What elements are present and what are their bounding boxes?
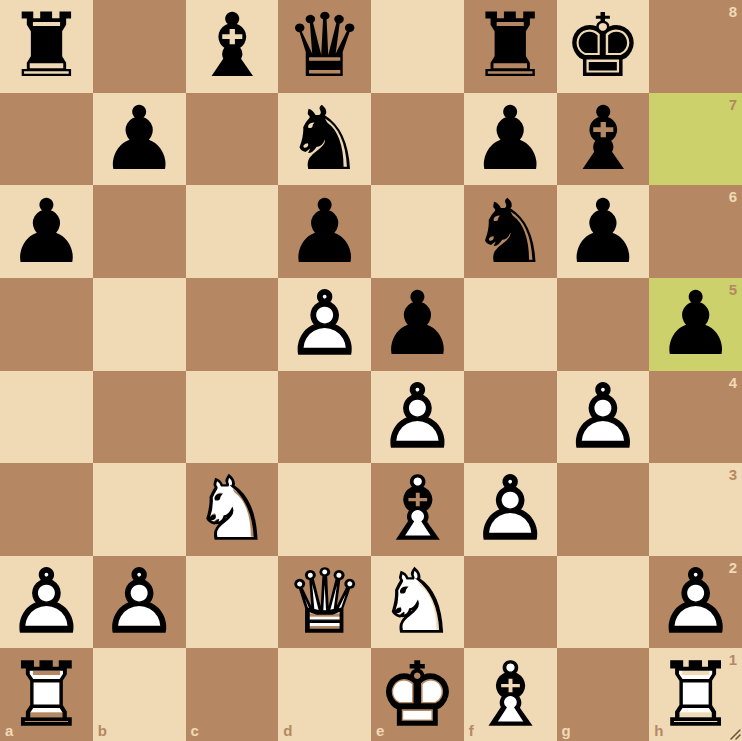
piece-black-knight[interactable]: ♞ <box>464 185 557 278</box>
black-king-glyph: ♚ <box>557 0 650 93</box>
square-d6[interactable]: ♟ <box>278 185 371 278</box>
piece-white-pawn[interactable]: ♟♙ <box>464 463 557 556</box>
square-b1[interactable]: b <box>93 648 186 741</box>
square-e7[interactable] <box>371 93 464 186</box>
square-d8[interactable]: ♛ <box>278 0 371 93</box>
square-g4[interactable]: ♟♙ <box>557 371 650 464</box>
black-bishop-glyph: ♝ <box>557 93 650 186</box>
black-queen-glyph: ♛ <box>278 0 371 93</box>
black-knight-glyph: ♞ <box>464 185 557 278</box>
square-h3[interactable]: 3 <box>649 463 742 556</box>
square-d2[interactable]: ♛♕ <box>278 556 371 649</box>
piece-black-rook[interactable]: ♜ <box>0 0 93 93</box>
square-c8[interactable]: ♝ <box>186 0 279 93</box>
piece-black-pawn[interactable]: ♟ <box>649 278 742 371</box>
square-a8[interactable]: ♜ <box>0 0 93 93</box>
square-b8[interactable] <box>93 0 186 93</box>
square-b7[interactable]: ♟ <box>93 93 186 186</box>
square-a4[interactable] <box>0 371 93 464</box>
square-f4[interactable] <box>464 371 557 464</box>
white-pawn-outline-glyph: ♙ <box>557 371 650 464</box>
square-h5[interactable]: 5♟ <box>649 278 742 371</box>
white-pawn-outline-glyph: ♙ <box>0 556 93 649</box>
square-c5[interactable] <box>186 278 279 371</box>
piece-black-pawn[interactable]: ♟ <box>93 93 186 186</box>
piece-black-king[interactable]: ♚ <box>557 0 650 93</box>
file-label-b: b <box>98 723 107 738</box>
black-pawn-glyph: ♟ <box>557 185 650 278</box>
white-pawn-outline-glyph: ♙ <box>93 556 186 649</box>
piece-black-pawn[interactable]: ♟ <box>278 185 371 278</box>
square-a5[interactable] <box>0 278 93 371</box>
square-a2[interactable]: ♟♙ <box>0 556 93 649</box>
file-label-d: d <box>283 723 292 738</box>
square-e6[interactable] <box>371 185 464 278</box>
square-h2[interactable]: 2♟♙ <box>649 556 742 649</box>
rank-label-3: 3 <box>729 467 737 482</box>
square-d7[interactable]: ♞ <box>278 93 371 186</box>
square-e2[interactable]: ♞♘ <box>371 556 464 649</box>
black-rook-glyph: ♜ <box>464 0 557 93</box>
square-d1[interactable]: d <box>278 648 371 741</box>
square-c7[interactable] <box>186 93 279 186</box>
piece-black-bishop[interactable]: ♝ <box>557 93 650 186</box>
square-b5[interactable] <box>93 278 186 371</box>
piece-white-bishop[interactable]: ♝♗ <box>371 463 464 556</box>
square-c1[interactable]: c <box>186 648 279 741</box>
white-pawn-outline-glyph: ♙ <box>464 463 557 556</box>
square-a1[interactable]: a♜♖ <box>0 648 93 741</box>
square-f2[interactable] <box>464 556 557 649</box>
piece-black-bishop[interactable]: ♝ <box>186 0 279 93</box>
piece-white-pawn[interactable]: ♟♙ <box>0 556 93 649</box>
piece-white-bishop[interactable]: ♝♗ <box>464 648 557 741</box>
square-a3[interactable] <box>0 463 93 556</box>
black-pawn-glyph: ♟ <box>371 278 464 371</box>
square-b4[interactable] <box>93 371 186 464</box>
black-pawn-glyph: ♟ <box>93 93 186 186</box>
black-pawn-glyph: ♟ <box>0 185 93 278</box>
square-f7[interactable]: ♟ <box>464 93 557 186</box>
square-h4[interactable]: 4 <box>649 371 742 464</box>
rank-label-7: 7 <box>729 97 737 112</box>
square-e8[interactable] <box>371 0 464 93</box>
square-c2[interactable] <box>186 556 279 649</box>
rank-label-8: 8 <box>729 4 737 19</box>
piece-white-knight[interactable]: ♞♘ <box>371 556 464 649</box>
square-h7[interactable]: 7 <box>649 93 742 186</box>
black-bishop-glyph: ♝ <box>186 0 279 93</box>
board-resize-grip-icon[interactable] <box>726 725 742 741</box>
square-d4[interactable] <box>278 371 371 464</box>
piece-white-rook[interactable]: ♜♖ <box>0 648 93 741</box>
file-label-c: c <box>191 723 199 738</box>
white-bishop-outline-glyph: ♗ <box>371 463 464 556</box>
piece-white-pawn[interactable]: ♟♙ <box>557 371 650 464</box>
white-rook-outline-glyph: ♖ <box>0 648 93 741</box>
square-f8[interactable]: ♜ <box>464 0 557 93</box>
white-knight-outline-glyph: ♘ <box>371 556 464 649</box>
piece-black-knight[interactable]: ♞ <box>278 93 371 186</box>
piece-white-queen[interactable]: ♛♕ <box>278 556 371 649</box>
white-queen-outline-glyph: ♕ <box>278 556 371 649</box>
black-pawn-glyph: ♟ <box>464 93 557 186</box>
square-a7[interactable] <box>0 93 93 186</box>
square-d3[interactable] <box>278 463 371 556</box>
square-g3[interactable] <box>557 463 650 556</box>
square-f1[interactable]: f♝♗ <box>464 648 557 741</box>
black-pawn-glyph: ♟ <box>649 278 742 371</box>
white-knight-outline-glyph: ♘ <box>186 463 279 556</box>
white-pawn-outline-glyph: ♙ <box>278 278 371 371</box>
piece-black-pawn[interactable]: ♟ <box>464 93 557 186</box>
piece-black-queen[interactable]: ♛ <box>278 0 371 93</box>
rank-label-4: 4 <box>729 375 737 390</box>
white-king-outline-glyph: ♔ <box>371 648 464 741</box>
square-g2[interactable] <box>557 556 650 649</box>
rank-label-6: 6 <box>729 189 737 204</box>
square-e4[interactable]: ♟♙ <box>371 371 464 464</box>
file-label-g: g <box>562 723 571 738</box>
square-b3[interactable] <box>93 463 186 556</box>
square-f6[interactable]: ♞ <box>464 185 557 278</box>
square-c3[interactable]: ♞♘ <box>186 463 279 556</box>
piece-black-pawn[interactable]: ♟ <box>371 278 464 371</box>
square-e5[interactable]: ♟ <box>371 278 464 371</box>
piece-white-pawn[interactable]: ♟♙ <box>371 371 464 464</box>
piece-black-rook[interactable]: ♜ <box>464 0 557 93</box>
white-pawn-outline-glyph: ♙ <box>649 556 742 649</box>
square-e3[interactable]: ♝♗ <box>371 463 464 556</box>
square-g7[interactable]: ♝ <box>557 93 650 186</box>
square-b6[interactable] <box>93 185 186 278</box>
square-c6[interactable] <box>186 185 279 278</box>
piece-white-pawn[interactable]: ♟♙ <box>93 556 186 649</box>
square-c4[interactable] <box>186 371 279 464</box>
piece-black-pawn[interactable]: ♟ <box>0 185 93 278</box>
black-rook-glyph: ♜ <box>0 0 93 93</box>
black-knight-glyph: ♞ <box>278 93 371 186</box>
piece-white-pawn[interactable]: ♟♙ <box>649 556 742 649</box>
piece-white-pawn[interactable]: ♟♙ <box>278 278 371 371</box>
square-h6[interactable]: 6 <box>649 185 742 278</box>
piece-white-knight[interactable]: ♞♘ <box>186 463 279 556</box>
white-bishop-outline-glyph: ♗ <box>464 648 557 741</box>
square-b2[interactable]: ♟♙ <box>93 556 186 649</box>
square-d5[interactable]: ♟♙ <box>278 278 371 371</box>
white-pawn-outline-glyph: ♙ <box>371 371 464 464</box>
square-g1[interactable]: g <box>557 648 650 741</box>
piece-black-pawn[interactable]: ♟ <box>557 185 650 278</box>
square-g8[interactable]: ♚ <box>557 0 650 93</box>
black-pawn-glyph: ♟ <box>278 185 371 278</box>
square-f3[interactable]: ♟♙ <box>464 463 557 556</box>
square-e1[interactable]: e♚♔ <box>371 648 464 741</box>
piece-white-king[interactable]: ♚♔ <box>371 648 464 741</box>
square-g6[interactable]: ♟ <box>557 185 650 278</box>
chess-board: ♜♝♛♜♚8♟♞♟♝7♟♟♞♟6♟♙♟5♟♟♙♟♙4♞♘♝♗♟♙3♟♙♟♙♛♕♞… <box>0 0 742 741</box>
square-f5[interactable] <box>464 278 557 371</box>
square-h8[interactable]: 8 <box>649 0 742 93</box>
square-g5[interactable] <box>557 278 650 371</box>
square-a6[interactable]: ♟ <box>0 185 93 278</box>
